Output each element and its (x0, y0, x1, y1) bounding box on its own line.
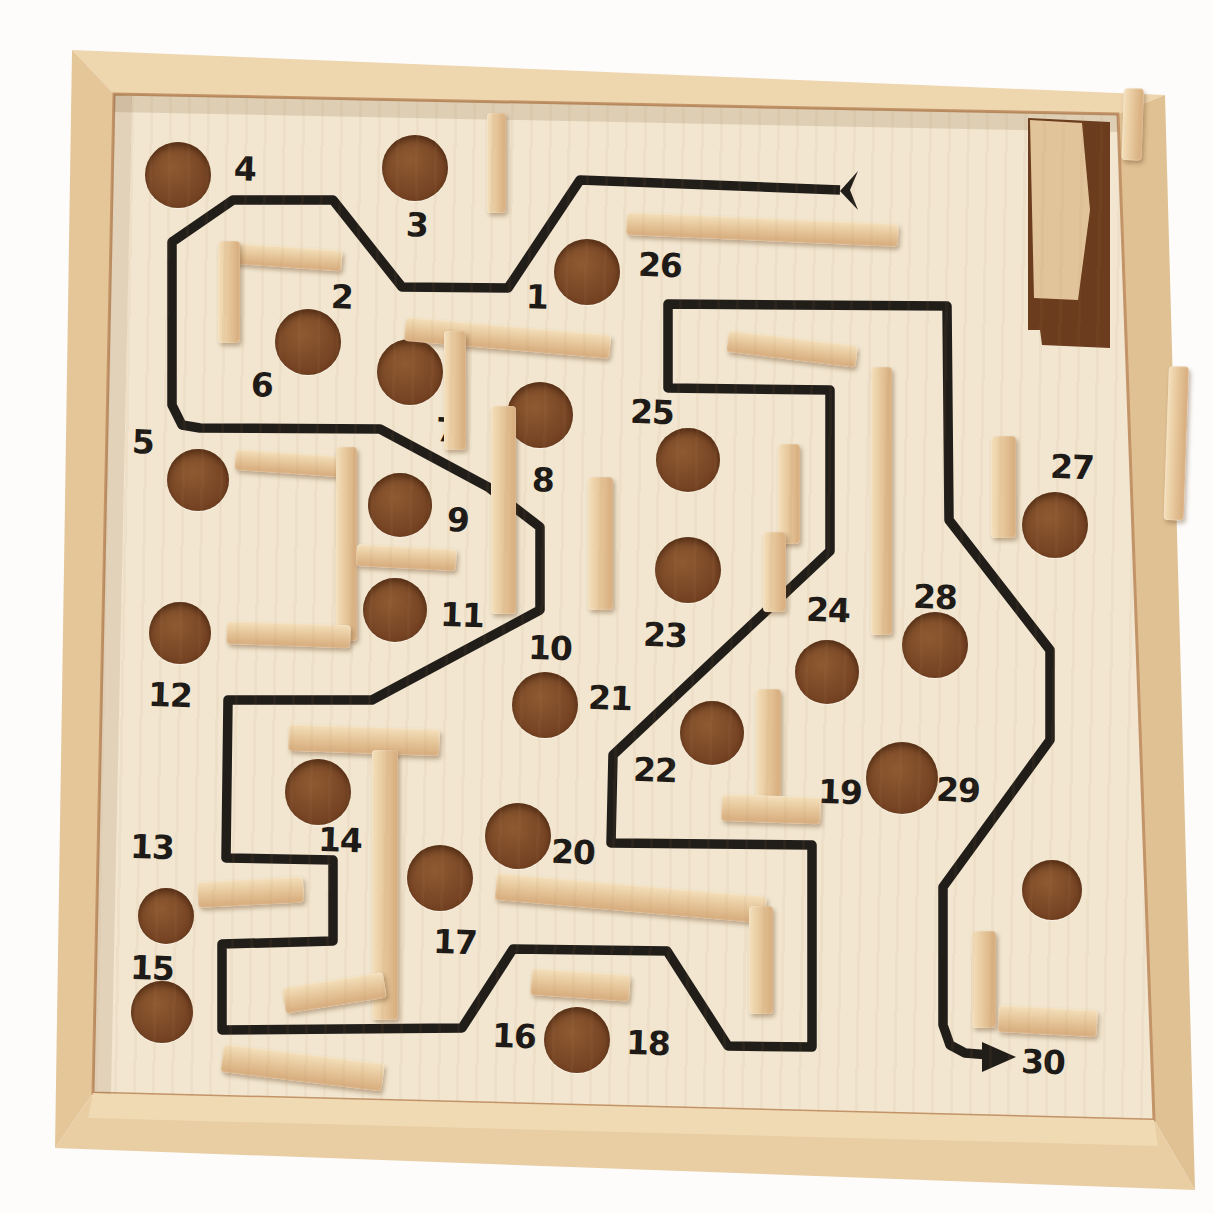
gate-number-label: 4 (233, 149, 256, 189)
wall-stick (491, 406, 516, 614)
wall-stick (991, 436, 1016, 538)
wall-stick (444, 331, 466, 450)
gate-number-label: 21 (587, 678, 632, 719)
maze-hole (382, 135, 448, 201)
maze-hole (275, 309, 341, 375)
gate-number-label: 3 (405, 205, 428, 245)
wall-stick (778, 444, 800, 544)
gate-number-label: 16 (491, 1016, 536, 1057)
maze-hole (368, 473, 432, 537)
gate-number-label: 11 (439, 595, 484, 636)
wall-stick (998, 1005, 1098, 1037)
gate-number-label: 12 (147, 675, 192, 716)
gate-number-label: 29 (935, 770, 980, 811)
maze-hole (167, 449, 229, 511)
maze-hole (138, 888, 194, 944)
wall-stick (218, 241, 240, 343)
gate-number-label: 23 (642, 615, 687, 656)
wall-stick (721, 794, 821, 824)
maze-hole (1022, 860, 1082, 920)
maze-hole (512, 672, 578, 738)
gate-number-label: 14 (317, 820, 362, 861)
wall-stick (749, 906, 773, 1014)
gate-number-label: 6 (250, 365, 273, 405)
maze-hole (902, 612, 968, 678)
gate-number-label: 26 (637, 245, 682, 286)
maze-hole (544, 1007, 610, 1073)
maze-hole (656, 428, 720, 492)
gate-number-label: 17 (432, 922, 477, 963)
maze-hole (866, 742, 938, 814)
maze-hole (149, 602, 211, 664)
maze-hole (377, 339, 443, 405)
wall-stick (336, 447, 357, 641)
wall-stick (756, 689, 781, 797)
corner-cutout-block (1030, 120, 1090, 300)
wall-stick (972, 931, 996, 1028)
wall-stick (197, 876, 304, 908)
wall-stick (288, 724, 440, 756)
maze-hole (554, 239, 620, 305)
gate-number-label: 5 (131, 422, 154, 462)
maze-hole (655, 537, 721, 603)
maze-hole (485, 803, 551, 869)
wall-stick (487, 113, 506, 213)
gate-number-label: 10 (527, 628, 572, 669)
gate-number-label: 9 (446, 500, 469, 540)
gate-number-label: 13 (129, 827, 174, 868)
maze-hole (363, 578, 427, 642)
gate-number-label: 2 (330, 277, 353, 317)
gate-number-label: 15 (129, 948, 174, 989)
gate-number-label: 28 (912, 577, 957, 618)
maze-hole (285, 759, 351, 825)
gate-number-label: 20 (550, 832, 595, 873)
labyrinth-board-photo: 1234567891011121314151617181920212223242… (0, 0, 1214, 1214)
maze-hole (680, 701, 744, 765)
gate-number-label: 19 (817, 772, 862, 813)
gate-number-label: 25 (629, 392, 674, 433)
maze-hole (131, 981, 193, 1043)
wall-stick (763, 532, 786, 612)
gate-number-label: 1 (525, 277, 548, 317)
gate-number-label: 8 (531, 460, 554, 500)
maze-hole (507, 382, 573, 448)
wall-stick (871, 367, 892, 635)
wall-stick (588, 477, 613, 610)
wall-stick (226, 621, 351, 648)
maze-hole (145, 142, 211, 208)
wall-stick (1121, 88, 1144, 161)
maze-hole (407, 845, 473, 911)
gate-number-label: 27 (1049, 447, 1094, 488)
maze-hole (795, 640, 859, 704)
gate-number-label: 24 (805, 590, 850, 631)
maze-hole (1022, 492, 1088, 558)
gate-number-label: 22 (632, 750, 677, 791)
gate-number-label: 30 (1020, 1042, 1065, 1083)
gate-number-label: 18 (625, 1023, 670, 1064)
